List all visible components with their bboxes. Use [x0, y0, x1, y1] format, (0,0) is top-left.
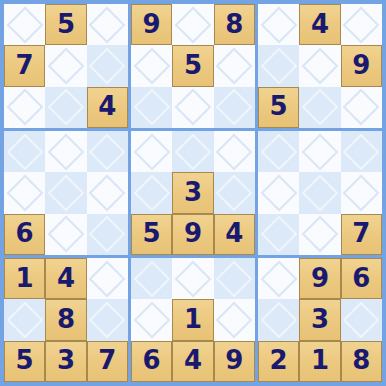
diamond-icon	[343, 133, 380, 170]
diamond-icon	[89, 216, 126, 253]
diamond-icon	[175, 260, 212, 297]
cell-r8c5: 1	[172, 299, 213, 340]
cell-r4c5[interactable]	[172, 131, 213, 172]
given-digit: 4	[98, 93, 116, 119]
diamond-icon	[133, 302, 170, 339]
diamond-icon	[133, 89, 170, 126]
diamond-icon	[302, 133, 339, 170]
cell-r1c3[interactable]	[87, 4, 128, 45]
cell-r8c3[interactable]	[87, 299, 128, 340]
given-digit: 9	[352, 52, 370, 78]
cell-r5c7[interactable]	[258, 172, 299, 213]
diamond-icon	[6, 302, 43, 339]
given-digit: 7	[352, 220, 370, 246]
cell-r5c5: 3	[172, 172, 213, 213]
diamond-icon	[302, 175, 339, 212]
cell-r3c1[interactable]	[4, 87, 45, 128]
cell-r6c8[interactable]	[299, 214, 340, 255]
cell-r6c4: 5	[131, 214, 172, 255]
cell-r8c6[interactable]	[214, 299, 255, 340]
cell-r5c2[interactable]	[45, 172, 86, 213]
cell-r3c6[interactable]	[214, 87, 255, 128]
diamond-icon	[133, 48, 170, 85]
cell-r5c4[interactable]	[131, 172, 172, 213]
cell-r9c9: 8	[341, 341, 382, 382]
cell-r7c5[interactable]	[172, 258, 213, 299]
diamond-icon	[343, 302, 380, 339]
diamond-icon	[89, 302, 126, 339]
cell-r1c1[interactable]	[4, 4, 45, 45]
cell-r6c5: 9	[172, 214, 213, 255]
cell-r4c4[interactable]	[131, 131, 172, 172]
diamond-icon	[260, 260, 297, 297]
cell-r1c9[interactable]	[341, 4, 382, 45]
cell-r1c7[interactable]	[258, 4, 299, 45]
cell-r9c5: 4	[172, 341, 213, 382]
cell-r4c9[interactable]	[341, 131, 382, 172]
diamond-icon	[6, 175, 43, 212]
cell-r6c7[interactable]	[258, 214, 299, 255]
given-digit: 8	[225, 11, 243, 37]
cell-r9c7: 2	[258, 341, 299, 382]
sudoku-box-3: 495	[258, 4, 382, 128]
diamond-icon	[175, 89, 212, 126]
diamond-icon	[260, 302, 297, 339]
given-digit: 3	[184, 179, 202, 205]
diamond-icon	[89, 133, 126, 170]
cell-r2c2[interactable]	[45, 45, 86, 86]
cell-r6c6: 4	[214, 214, 255, 255]
diamond-icon	[216, 302, 253, 339]
given-digit: 4	[57, 265, 75, 291]
diamond-icon	[133, 260, 170, 297]
diamond-icon	[343, 89, 380, 126]
given-digit: 4	[225, 220, 243, 246]
cell-r7c7[interactable]	[258, 258, 299, 299]
cell-r5c6[interactable]	[214, 172, 255, 213]
cell-r3c7: 5	[258, 87, 299, 128]
cell-r4c1[interactable]	[4, 131, 45, 172]
diamond-icon	[343, 6, 380, 43]
given-digit: 4	[311, 11, 329, 37]
diamond-icon	[48, 175, 85, 212]
cell-r8c9[interactable]	[341, 299, 382, 340]
given-digit: 5	[143, 220, 161, 246]
cell-r4c8[interactable]	[299, 131, 340, 172]
diamond-icon	[6, 133, 43, 170]
cell-r6c9: 7	[341, 214, 382, 255]
cell-r4c3[interactable]	[87, 131, 128, 172]
given-digit: 5	[16, 347, 34, 373]
cell-r9c3: 7	[87, 341, 128, 382]
diamond-icon	[302, 216, 339, 253]
given-digit: 7	[98, 347, 116, 373]
cell-r4c7[interactable]	[258, 131, 299, 172]
cell-r7c4[interactable]	[131, 258, 172, 299]
diamond-icon	[48, 133, 85, 170]
diamond-icon	[302, 48, 339, 85]
sudoku-board: 5749854956359471485371649963218	[0, 0, 386, 386]
given-digit: 9	[225, 347, 243, 373]
cell-r3c8[interactable]	[299, 87, 340, 128]
cell-r2c9: 9	[341, 45, 382, 86]
cell-r6c2[interactable]	[45, 214, 86, 255]
cell-r1c5[interactable]	[172, 4, 213, 45]
diamond-icon	[216, 89, 253, 126]
sudoku-box-9: 963218	[258, 258, 382, 382]
cell-r1c8: 4	[299, 4, 340, 45]
sudoku-box-6: 7	[258, 131, 382, 255]
diamond-icon	[48, 216, 85, 253]
given-digit: 9	[184, 220, 202, 246]
cell-r3c2[interactable]	[45, 87, 86, 128]
given-digit: 6	[352, 265, 370, 291]
cell-r9c6: 9	[214, 341, 255, 382]
sudoku-box-5: 3594	[131, 131, 255, 255]
sudoku-box-1: 574	[4, 4, 128, 128]
cell-r2c8[interactable]	[299, 45, 340, 86]
given-digit: 6	[16, 220, 34, 246]
cell-r4c2[interactable]	[45, 131, 86, 172]
given-digit: 8	[57, 306, 75, 332]
diamond-icon	[260, 6, 297, 43]
cell-r8c2: 8	[45, 299, 86, 340]
diamond-icon	[6, 89, 43, 126]
cell-r9c4: 6	[131, 341, 172, 382]
cell-r8c1[interactable]	[4, 299, 45, 340]
cell-r8c8: 3	[299, 299, 340, 340]
given-digit: 3	[311, 306, 329, 332]
diamond-icon	[48, 89, 85, 126]
diamond-icon	[216, 48, 253, 85]
cell-r7c9: 6	[341, 258, 382, 299]
cell-r9c2: 3	[45, 341, 86, 382]
cell-r2c1: 7	[4, 45, 45, 86]
cell-r5c1[interactable]	[4, 172, 45, 213]
diamond-icon	[89, 48, 126, 85]
given-digit: 5	[270, 93, 288, 119]
given-digit: 7	[16, 52, 34, 78]
sudoku-box-8: 1649	[131, 258, 255, 382]
diamond-icon	[133, 175, 170, 212]
diamond-icon	[260, 133, 297, 170]
given-digit: 9	[143, 11, 161, 37]
cell-r5c8[interactable]	[299, 172, 340, 213]
cell-r5c9[interactable]	[341, 172, 382, 213]
cell-r3c5[interactable]	[172, 87, 213, 128]
cell-r6c3[interactable]	[87, 214, 128, 255]
diamond-icon	[302, 89, 339, 126]
cell-r7c1: 1	[4, 258, 45, 299]
diamond-icon	[89, 175, 126, 212]
cell-r4c6[interactable]	[214, 131, 255, 172]
diamond-icon	[48, 48, 85, 85]
given-digit: 4	[184, 347, 202, 373]
cell-r7c2: 4	[45, 258, 86, 299]
cell-r9c1: 5	[4, 341, 45, 382]
diamond-icon	[89, 260, 126, 297]
diamond-icon	[216, 175, 253, 212]
diamond-icon	[216, 133, 253, 170]
given-digit: 6	[143, 347, 161, 373]
sudoku-box-2: 985	[131, 4, 255, 128]
diamond-icon	[260, 216, 297, 253]
given-digit: 1	[184, 306, 202, 332]
given-digit: 1	[16, 265, 34, 291]
sudoku-box-7: 148537	[4, 258, 128, 382]
given-digit: 2	[270, 347, 288, 373]
cell-r3c3: 4	[87, 87, 128, 128]
diamond-icon	[175, 6, 212, 43]
cell-r1c4: 9	[131, 4, 172, 45]
cell-r7c3[interactable]	[87, 258, 128, 299]
diamond-icon	[343, 175, 380, 212]
cell-r8c4[interactable]	[131, 299, 172, 340]
cell-r5c3[interactable]	[87, 172, 128, 213]
cell-r8c7[interactable]	[258, 299, 299, 340]
cell-r2c4[interactable]	[131, 45, 172, 86]
diamond-icon	[6, 6, 43, 43]
diamond-icon	[216, 260, 253, 297]
given-digit: 9	[311, 265, 329, 291]
diamond-icon	[133, 133, 170, 170]
cell-r2c6[interactable]	[214, 45, 255, 86]
cell-r2c7[interactable]	[258, 45, 299, 86]
cell-r7c6[interactable]	[214, 258, 255, 299]
cell-r9c8: 1	[299, 341, 340, 382]
cell-r1c6: 8	[214, 4, 255, 45]
cell-r3c4[interactable]	[131, 87, 172, 128]
cell-r1c2: 5	[45, 4, 86, 45]
sudoku-box-4: 6	[4, 131, 128, 255]
diamond-icon	[260, 48, 297, 85]
cell-r2c3[interactable]	[87, 45, 128, 86]
given-digit: 5	[184, 52, 202, 78]
diamond-icon	[89, 6, 126, 43]
given-digit: 5	[57, 11, 75, 37]
given-digit: 3	[57, 347, 75, 373]
given-digit: 8	[352, 347, 370, 373]
cell-r6c1: 6	[4, 214, 45, 255]
diamond-icon	[175, 133, 212, 170]
cell-r7c8: 9	[299, 258, 340, 299]
cell-r3c9[interactable]	[341, 87, 382, 128]
given-digit: 1	[311, 347, 329, 373]
cell-r2c5: 5	[172, 45, 213, 86]
diamond-icon	[260, 175, 297, 212]
